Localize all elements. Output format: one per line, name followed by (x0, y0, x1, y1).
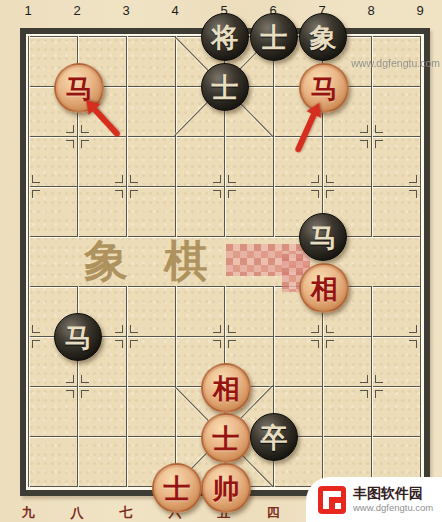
piece-black-soldier[interactable]: 卒 (250, 413, 298, 461)
point-marker (326, 340, 334, 348)
site-logo-url: www.dgfengtu.com (353, 502, 433, 513)
file-label-top: 2 (65, 3, 89, 18)
point-marker (360, 390, 368, 398)
point-marker (66, 390, 74, 398)
point-marker (409, 340, 417, 348)
file-label-bottom: 八 (65, 504, 89, 522)
file-label-top: 1 (16, 3, 40, 18)
river-watermark-text: 象棋 (84, 232, 244, 291)
point-marker (311, 190, 319, 198)
piece-black-advisor[interactable]: 士 (250, 13, 298, 61)
file-label-top: 9 (408, 3, 432, 18)
point-marker (326, 190, 334, 198)
grid-line (273, 36, 274, 237)
point-marker (213, 190, 221, 198)
piece-black-advisor[interactable]: 士 (201, 63, 249, 111)
piece-red-general[interactable]: 帅 (201, 463, 251, 513)
point-marker (228, 175, 236, 183)
site-logo-card: 丰图软件园 www.dgfengtu.com (306, 477, 442, 522)
piece-red-elephant[interactable]: 相 (299, 263, 349, 313)
point-marker (360, 140, 368, 148)
grid-line (420, 36, 421, 487)
point-marker (409, 190, 417, 198)
point-marker (228, 340, 236, 348)
point-marker (311, 325, 319, 333)
piece-black-horse[interactable]: 马 (54, 313, 102, 361)
point-marker (130, 325, 138, 333)
point-marker (81, 140, 89, 148)
file-label-top: 8 (359, 3, 383, 18)
file-label-bottom: 七 (114, 504, 138, 522)
grid-line (175, 36, 176, 237)
point-marker (360, 375, 368, 383)
point-marker (115, 340, 123, 348)
point-marker (32, 175, 40, 183)
point-marker (311, 340, 319, 348)
grid-line (322, 286, 323, 487)
point-marker (213, 340, 221, 348)
grid-line (126, 286, 127, 487)
point-marker (130, 340, 138, 348)
grid-line (126, 36, 127, 237)
point-marker (228, 325, 236, 333)
point-marker (409, 325, 417, 333)
point-marker (375, 390, 383, 398)
xiangqi-screenshot: 将士象马士马马相马相士卒士帅 象棋 www.dgfengtu.com 丰图软件园… (0, 0, 442, 522)
point-marker (130, 175, 138, 183)
point-marker (409, 175, 417, 183)
point-marker (66, 125, 74, 133)
grid-line (371, 286, 372, 487)
point-marker (375, 125, 383, 133)
point-marker (213, 175, 221, 183)
point-marker (375, 140, 383, 148)
point-marker (66, 375, 74, 383)
point-marker (326, 325, 334, 333)
site-logo-title: 丰图软件园 (353, 485, 433, 502)
piece-red-advisor[interactable]: 士 (201, 413, 251, 463)
piece-red-advisor[interactable]: 士 (152, 463, 202, 513)
point-marker (326, 175, 334, 183)
point-marker (32, 340, 40, 348)
piece-red-elephant[interactable]: 相 (201, 363, 251, 413)
piece-black-horse[interactable]: 马 (299, 213, 347, 261)
point-marker (32, 325, 40, 333)
point-marker (32, 190, 40, 198)
point-marker (375, 375, 383, 383)
fengtu-logo-icon (318, 486, 346, 514)
point-marker (130, 190, 138, 198)
point-marker (115, 190, 123, 198)
site-watermark-text: www.dgfengtu.com (351, 57, 440, 69)
file-label-bottom: 四 (261, 504, 285, 522)
grid-line (28, 36, 29, 487)
point-marker (81, 375, 89, 383)
point-marker (311, 175, 319, 183)
point-marker (81, 390, 89, 398)
point-marker (66, 140, 74, 148)
point-marker (115, 175, 123, 183)
file-label-bottom: 九 (16, 504, 40, 522)
point-marker (213, 325, 221, 333)
point-marker (228, 190, 236, 198)
point-marker (115, 325, 123, 333)
piece-black-general[interactable]: 将 (201, 13, 249, 61)
file-label-top: 4 (163, 3, 187, 18)
point-marker (81, 125, 89, 133)
point-marker (360, 125, 368, 133)
piece-black-elephant[interactable]: 象 (299, 13, 347, 61)
file-label-top: 3 (114, 3, 138, 18)
